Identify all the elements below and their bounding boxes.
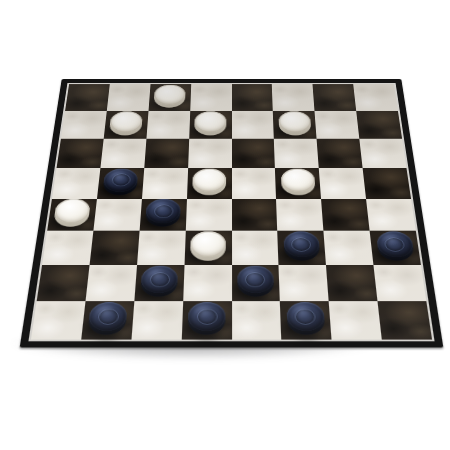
- square-r1c3[interactable]: [148, 84, 191, 110]
- board-pinstripe: [28, 83, 434, 341]
- square-r2c6[interactable]: [273, 111, 317, 139]
- checker-embossed-ring: [384, 237, 406, 251]
- square-r3c5[interactable]: [232, 139, 276, 168]
- square-r3c4[interactable]: [188, 139, 232, 168]
- checkers-board: [20, 79, 444, 347]
- square-r5c2[interactable]: [93, 199, 142, 231]
- square-r1c2[interactable]: [107, 84, 151, 110]
- square-r7c2[interactable]: [85, 265, 136, 301]
- square-r2c1[interactable]: [61, 111, 107, 139]
- navy-checker[interactable]: [237, 266, 274, 293]
- board-grid: [31, 84, 432, 339]
- white-checker[interactable]: [154, 85, 186, 105]
- square-r6c5[interactable]: [232, 231, 279, 265]
- navy-checker[interactable]: [88, 302, 128, 331]
- square-r2c7[interactable]: [315, 111, 360, 139]
- checker-embossed-ring: [295, 308, 317, 324]
- square-r6c3[interactable]: [137, 231, 186, 265]
- checker-embossed-ring: [245, 272, 266, 287]
- square-r6c6[interactable]: [278, 231, 327, 265]
- square-r4c5[interactable]: [232, 168, 277, 199]
- square-r8c3[interactable]: [131, 301, 183, 339]
- square-r6c4[interactable]: [184, 231, 231, 265]
- square-r1c1[interactable]: [65, 84, 110, 110]
- square-r4c1[interactable]: [52, 168, 100, 199]
- square-r7c3[interactable]: [134, 265, 184, 301]
- checker-embossed-ring: [196, 308, 217, 324]
- square-r1c6[interactable]: [272, 84, 315, 110]
- white-checker[interactable]: [192, 168, 226, 191]
- square-r4c8[interactable]: [363, 168, 411, 199]
- square-r1c4[interactable]: [190, 84, 232, 110]
- square-r3c2[interactable]: [100, 139, 146, 168]
- checker-top-face: [194, 111, 226, 132]
- square-r5c4[interactable]: [185, 199, 231, 231]
- square-r8c8[interactable]: [378, 301, 432, 339]
- square-r5c3[interactable]: [139, 199, 186, 231]
- board-frame: [20, 79, 444, 347]
- square-r6c2[interactable]: [89, 231, 139, 265]
- square-r2c5[interactable]: [232, 111, 275, 139]
- square-r8c5[interactable]: [232, 301, 282, 339]
- square-r6c1[interactable]: [42, 231, 93, 265]
- square-r5c8[interactable]: [366, 199, 416, 231]
- white-checker[interactable]: [190, 232, 226, 258]
- square-r5c5[interactable]: [232, 199, 278, 231]
- navy-checker[interactable]: [375, 232, 414, 258]
- navy-checker[interactable]: [188, 302, 226, 331]
- square-r7c1[interactable]: [37, 265, 90, 301]
- checker-embossed-ring: [149, 272, 170, 287]
- checker-embossed-ring: [111, 173, 131, 186]
- square-r5c1[interactable]: [47, 199, 97, 231]
- square-r4c3[interactable]: [142, 168, 188, 199]
- square-r7c7[interactable]: [326, 265, 377, 301]
- square-r4c4[interactable]: [187, 168, 232, 199]
- checker-top-face: [280, 168, 315, 191]
- square-r7c8[interactable]: [374, 265, 427, 301]
- white-checker[interactable]: [280, 168, 315, 191]
- square-r2c4[interactable]: [189, 111, 232, 139]
- square-r3c3[interactable]: [144, 139, 189, 168]
- white-checker[interactable]: [278, 111, 311, 132]
- square-r6c7[interactable]: [324, 231, 374, 265]
- checker-embossed-ring: [153, 204, 173, 218]
- square-r8c1[interactable]: [31, 301, 85, 339]
- navy-checker[interactable]: [286, 302, 325, 331]
- checker-top-face: [278, 111, 311, 132]
- square-r8c7[interactable]: [329, 301, 382, 339]
- square-r2c3[interactable]: [146, 111, 190, 139]
- square-r8c2[interactable]: [81, 301, 134, 339]
- square-r8c6[interactable]: [280, 301, 332, 339]
- square-r3c1[interactable]: [57, 139, 104, 168]
- square-r7c4[interactable]: [183, 265, 232, 301]
- checker-embossed-ring: [97, 308, 119, 324]
- square-r7c6[interactable]: [279, 265, 329, 301]
- white-checker[interactable]: [194, 111, 226, 132]
- square-r5c7[interactable]: [321, 199, 370, 231]
- square-r4c2[interactable]: [97, 168, 144, 199]
- scene: [0, 0, 450, 450]
- navy-checker[interactable]: [103, 168, 139, 191]
- square-r3c8[interactable]: [359, 139, 406, 168]
- navy-checker[interactable]: [140, 266, 178, 293]
- square-r6c8[interactable]: [370, 231, 421, 265]
- square-r4c6[interactable]: [275, 168, 321, 199]
- square-r4c7[interactable]: [319, 168, 366, 199]
- square-r1c5[interactable]: [232, 84, 274, 110]
- checker-top-face: [192, 168, 226, 191]
- square-r3c7[interactable]: [317, 139, 363, 168]
- white-checker[interactable]: [54, 199, 92, 223]
- square-r7c5[interactable]: [232, 265, 281, 301]
- square-r2c8[interactable]: [356, 111, 402, 139]
- square-r2c2[interactable]: [104, 111, 149, 139]
- square-r8c4[interactable]: [181, 301, 231, 339]
- navy-checker[interactable]: [283, 232, 320, 258]
- navy-checker[interactable]: [145, 199, 181, 223]
- square-r1c7[interactable]: [313, 84, 357, 110]
- white-checker[interactable]: [109, 111, 143, 132]
- square-r3c6[interactable]: [274, 139, 319, 168]
- checker-embossed-ring: [291, 237, 312, 251]
- square-r1c8[interactable]: [353, 84, 398, 110]
- square-r5c6[interactable]: [276, 199, 323, 231]
